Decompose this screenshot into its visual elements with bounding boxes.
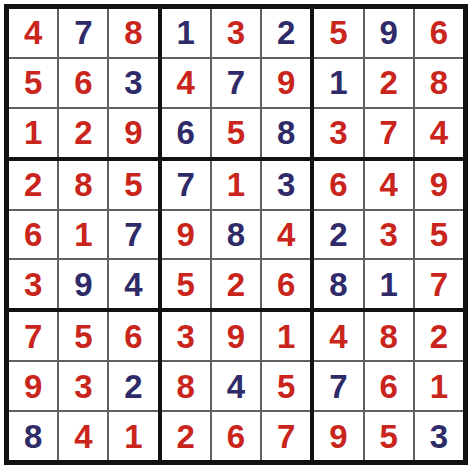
cell-r3c4[interactable]: 6 xyxy=(162,109,210,157)
cell-r8c6[interactable]: 5 xyxy=(262,362,310,410)
cell-r7c4[interactable]: 3 xyxy=(162,312,210,360)
cell-r1c2[interactable]: 7 xyxy=(59,9,107,57)
cell-r5c2[interactable]: 1 xyxy=(59,211,107,259)
cell-r3c2[interactable]: 2 xyxy=(59,109,107,157)
cell-r6c8[interactable]: 1 xyxy=(365,260,413,308)
cell-r5c4[interactable]: 9 xyxy=(162,211,210,259)
cell-r7c8[interactable]: 8 xyxy=(365,312,413,360)
cell-r8c1[interactable]: 9 xyxy=(9,362,57,410)
sudoku-board: 4785631291324796585961283742856173947139… xyxy=(4,4,468,465)
cell-r6c7[interactable]: 8 xyxy=(314,260,362,308)
cell-r1c9[interactable]: 6 xyxy=(415,9,463,57)
cell-r2c2[interactable]: 6 xyxy=(59,59,107,107)
cell-r1c6[interactable]: 2 xyxy=(262,9,310,57)
cell-r1c3[interactable]: 8 xyxy=(109,9,157,57)
cell-r7c9[interactable]: 2 xyxy=(415,312,463,360)
sudoku-box-5: 713984526 xyxy=(162,161,311,309)
cell-r9c8[interactable]: 5 xyxy=(365,412,413,460)
cell-r3c3[interactable]: 9 xyxy=(109,109,157,157)
cell-r1c8[interactable]: 9 xyxy=(365,9,413,57)
cell-r8c8[interactable]: 6 xyxy=(365,362,413,410)
cell-r5c6[interactable]: 4 xyxy=(262,211,310,259)
sudoku-box-6: 649235817 xyxy=(314,161,463,309)
cell-r2c3[interactable]: 3 xyxy=(109,59,157,107)
cell-r2c8[interactable]: 2 xyxy=(365,59,413,107)
cell-r7c3[interactable]: 6 xyxy=(109,312,157,360)
cell-r7c7[interactable]: 4 xyxy=(314,312,362,360)
sudoku-box-2: 132479658 xyxy=(162,9,311,157)
cell-r5c1[interactable]: 6 xyxy=(9,211,57,259)
cell-r4c2[interactable]: 8 xyxy=(59,161,107,209)
cell-r2c9[interactable]: 8 xyxy=(415,59,463,107)
sudoku-box-9: 482761953 xyxy=(314,312,463,460)
cell-r8c3[interactable]: 2 xyxy=(109,362,157,410)
cell-r8c4[interactable]: 8 xyxy=(162,362,210,410)
cell-r2c1[interactable]: 5 xyxy=(9,59,57,107)
cell-r2c5[interactable]: 7 xyxy=(212,59,260,107)
cell-r1c4[interactable]: 1 xyxy=(162,9,210,57)
cell-r9c3[interactable]: 1 xyxy=(109,412,157,460)
cell-r4c8[interactable]: 4 xyxy=(365,161,413,209)
cell-r3c9[interactable]: 4 xyxy=(415,109,463,157)
cell-r4c3[interactable]: 5 xyxy=(109,161,157,209)
cell-r3c1[interactable]: 1 xyxy=(9,109,57,157)
cell-r9c4[interactable]: 2 xyxy=(162,412,210,460)
cell-r1c7[interactable]: 5 xyxy=(314,9,362,57)
cell-r7c1[interactable]: 7 xyxy=(9,312,57,360)
cell-r5c9[interactable]: 5 xyxy=(415,211,463,259)
cell-r9c7[interactable]: 9 xyxy=(314,412,362,460)
cell-r2c4[interactable]: 4 xyxy=(162,59,210,107)
cell-r9c5[interactable]: 6 xyxy=(212,412,260,460)
cell-r9c2[interactable]: 4 xyxy=(59,412,107,460)
sudoku-board-wrapper: 4785631291324796585961283742856173947139… xyxy=(0,0,472,469)
cell-r7c6[interactable]: 1 xyxy=(262,312,310,360)
cell-r5c7[interactable]: 2 xyxy=(314,211,362,259)
cell-r7c5[interactable]: 9 xyxy=(212,312,260,360)
cell-r6c3[interactable]: 4 xyxy=(109,260,157,308)
cell-r6c5[interactable]: 2 xyxy=(212,260,260,308)
cell-r9c1[interactable]: 8 xyxy=(9,412,57,460)
cell-r4c7[interactable]: 6 xyxy=(314,161,362,209)
cell-r3c7[interactable]: 3 xyxy=(314,109,362,157)
cell-r6c6[interactable]: 6 xyxy=(262,260,310,308)
cell-r5c8[interactable]: 3 xyxy=(365,211,413,259)
sudoku-box-8: 391845267 xyxy=(162,312,311,460)
cell-r2c7[interactable]: 1 xyxy=(314,59,362,107)
sudoku-box-4: 285617394 xyxy=(9,161,158,309)
cell-r1c1[interactable]: 4 xyxy=(9,9,57,57)
cell-r1c5[interactable]: 3 xyxy=(212,9,260,57)
cell-r4c6[interactable]: 3 xyxy=(262,161,310,209)
cell-r4c4[interactable]: 7 xyxy=(162,161,210,209)
cell-r9c9[interactable]: 3 xyxy=(415,412,463,460)
cell-r6c1[interactable]: 3 xyxy=(9,260,57,308)
cell-r4c9[interactable]: 9 xyxy=(415,161,463,209)
cell-r8c7[interactable]: 7 xyxy=(314,362,362,410)
cell-r9c6[interactable]: 7 xyxy=(262,412,310,460)
cell-r3c8[interactable]: 7 xyxy=(365,109,413,157)
cell-r6c9[interactable]: 7 xyxy=(415,260,463,308)
cell-r8c9[interactable]: 1 xyxy=(415,362,463,410)
cell-r6c4[interactable]: 5 xyxy=(162,260,210,308)
cell-r8c2[interactable]: 3 xyxy=(59,362,107,410)
sudoku-box-3: 596128374 xyxy=(314,9,463,157)
cell-r6c2[interactable]: 9 xyxy=(59,260,107,308)
cell-r4c5[interactable]: 1 xyxy=(212,161,260,209)
sudoku-box-7: 756932841 xyxy=(9,312,158,460)
cell-r3c6[interactable]: 8 xyxy=(262,109,310,157)
cell-r8c5[interactable]: 4 xyxy=(212,362,260,410)
cell-r2c6[interactable]: 9 xyxy=(262,59,310,107)
cell-r5c3[interactable]: 7 xyxy=(109,211,157,259)
cell-r4c1[interactable]: 2 xyxy=(9,161,57,209)
cell-r5c5[interactable]: 8 xyxy=(212,211,260,259)
cell-r3c5[interactable]: 5 xyxy=(212,109,260,157)
sudoku-box-1: 478563129 xyxy=(9,9,158,157)
cell-r7c2[interactable]: 5 xyxy=(59,312,107,360)
